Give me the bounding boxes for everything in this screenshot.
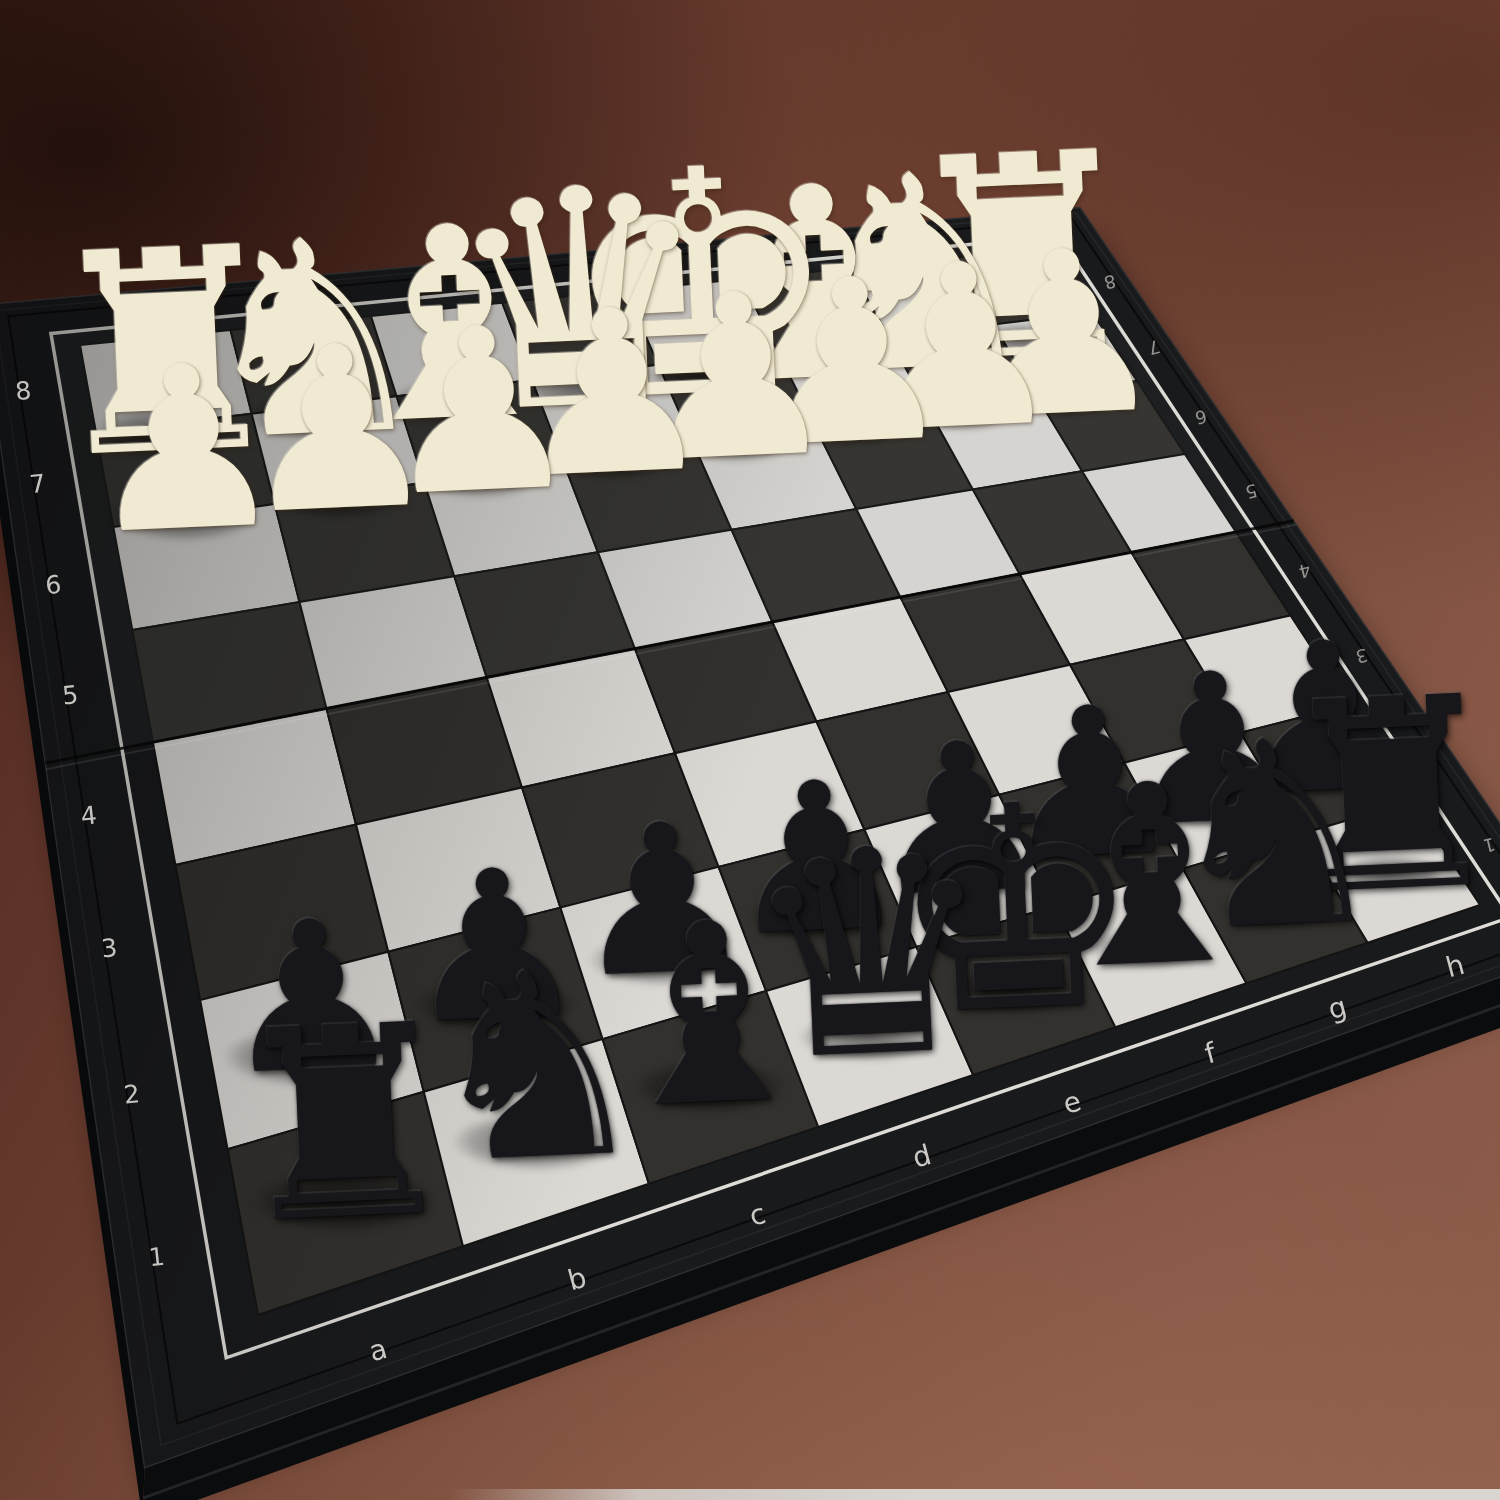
chess-board: 87654321abcdefgh87654321: [0, 0, 1500, 1500]
rank-label-left-1: 1: [147, 1242, 166, 1273]
rank-label-left-5: 5: [61, 680, 80, 711]
rank-label-left-8: 8: [14, 376, 33, 407]
rank-label-left-7: 7: [28, 469, 47, 500]
rank-label-left-4: 4: [79, 800, 98, 831]
chess-set-photo: 87654321abcdefgh87654321 ♜♞♝♛♚♝♞♜♟♟♟♟♟♟♟…: [0, 0, 1500, 1500]
rank-label-left-6: 6: [44, 570, 63, 601]
rank-label-left-2: 2: [122, 1079, 141, 1110]
rank-label-left-3: 3: [100, 933, 119, 964]
